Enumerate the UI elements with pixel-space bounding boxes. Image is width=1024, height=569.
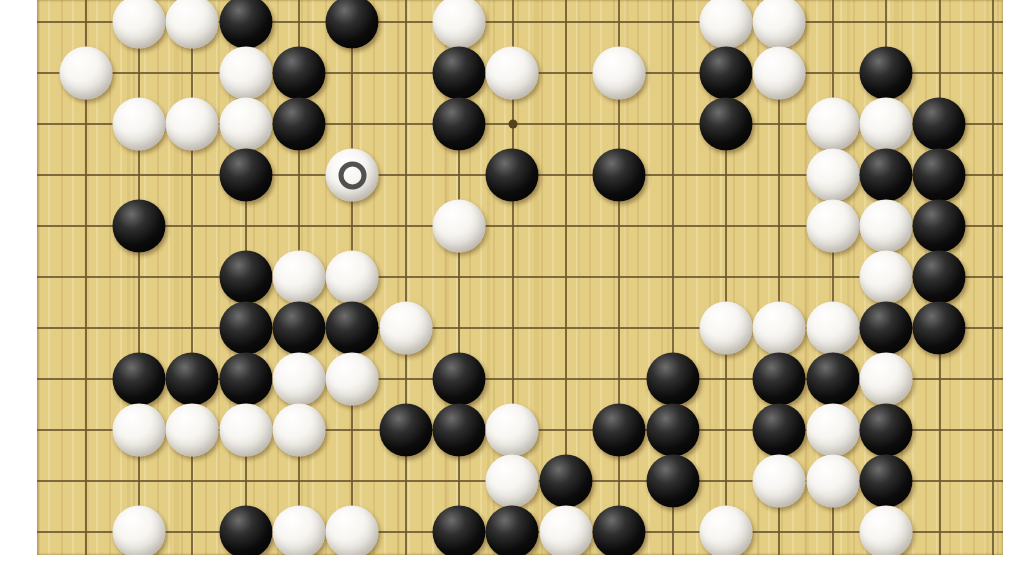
white-stone [112, 506, 165, 555]
board-intersection[interactable] [59, 99, 112, 150]
white-stone [433, 200, 486, 253]
white-stone [806, 98, 859, 151]
board-intersection[interactable] [753, 0, 806, 48]
black-stone [486, 506, 539, 555]
board-intersection[interactable] [539, 354, 592, 405]
board-intersection[interactable] [272, 150, 325, 201]
black-stone [433, 98, 486, 151]
black-stone [859, 302, 912, 355]
board-intersection[interactable] [112, 405, 165, 456]
black-stone [806, 353, 859, 406]
board-intersection[interactable] [379, 150, 432, 201]
board-intersection[interactable] [166, 0, 219, 48]
board-intersection[interactable] [326, 99, 379, 150]
board-intersection[interactable] [913, 201, 966, 252]
board-intersection[interactable] [753, 507, 806, 555]
board-intersection[interactable] [219, 48, 272, 99]
board-intersection[interactable] [112, 150, 165, 201]
white-stone [273, 251, 326, 304]
white-stone [219, 47, 272, 100]
board-intersection[interactable] [859, 354, 912, 405]
board-intersection[interactable] [166, 99, 219, 150]
board-intersection[interactable] [806, 201, 859, 252]
board-intersection[interactable] [966, 150, 1003, 201]
board-intersection[interactable] [272, 405, 325, 456]
black-stone [646, 455, 699, 508]
white-stone [699, 0, 752, 49]
board-intersection[interactable] [859, 507, 912, 555]
black-stone [273, 47, 326, 100]
board-intersection[interactable] [539, 303, 592, 354]
board-intersection[interactable] [112, 507, 165, 555]
board-intersection[interactable] [432, 99, 485, 150]
board-intersection[interactable] [913, 456, 966, 507]
board-intersection[interactable] [219, 252, 272, 303]
black-stone [273, 98, 326, 151]
board-intersection[interactable] [219, 456, 272, 507]
board-intersection[interactable] [539, 201, 592, 252]
black-stone [859, 149, 912, 202]
board-intersection[interactable] [59, 507, 112, 555]
board-intersection[interactable] [326, 303, 379, 354]
board-intersection[interactable] [219, 303, 272, 354]
black-stone [593, 506, 646, 555]
white-stone [166, 0, 219, 49]
board-intersection[interactable] [166, 48, 219, 99]
board-intersection[interactable] [592, 48, 645, 99]
board-intersection[interactable] [272, 252, 325, 303]
black-stone [379, 404, 432, 457]
board-intersection[interactable] [326, 0, 379, 48]
white-stone [806, 149, 859, 202]
white-stone [112, 404, 165, 457]
board-intersection[interactable] [379, 405, 432, 456]
white-stone [219, 98, 272, 151]
board-intersection[interactable] [913, 252, 966, 303]
white-stone [806, 302, 859, 355]
board-intersection[interactable] [592, 201, 645, 252]
board-intersection[interactable] [112, 201, 165, 252]
board-intersection[interactable] [592, 99, 645, 150]
board-intersection[interactable] [432, 303, 485, 354]
board-intersection[interactable] [806, 252, 859, 303]
black-stone [913, 200, 966, 253]
board-intersection[interactable] [272, 48, 325, 99]
white-stone [379, 302, 432, 355]
board-intersection[interactable] [699, 405, 752, 456]
white-stone [112, 98, 165, 151]
board-intersection[interactable] [539, 456, 592, 507]
white-stone [753, 455, 806, 508]
board-intersection[interactable] [539, 150, 592, 201]
board-intersection[interactable] [486, 201, 539, 252]
board-intersection[interactable] [432, 252, 485, 303]
board-intersection[interactable] [272, 354, 325, 405]
board-intersection[interactable] [379, 99, 432, 150]
black-stone [219, 251, 272, 304]
board-intersection[interactable] [219, 201, 272, 252]
board-intersection[interactable] [859, 405, 912, 456]
board-intersection[interactable] [432, 507, 485, 555]
board-intersection[interactable] [379, 0, 432, 48]
board-intersection[interactable] [646, 150, 699, 201]
black-stone [593, 149, 646, 202]
board-intersection[interactable] [539, 405, 592, 456]
board-intersection[interactable] [486, 405, 539, 456]
board-intersection[interactable] [646, 354, 699, 405]
board-intersection[interactable] [646, 303, 699, 354]
board-intersection[interactable] [379, 354, 432, 405]
board-intersection[interactable] [326, 354, 379, 405]
white-stone [273, 353, 326, 406]
board-intersection[interactable] [646, 99, 699, 150]
white-stone [539, 506, 592, 555]
board-intersection[interactable] [112, 0, 165, 48]
board-intersection[interactable] [699, 303, 752, 354]
black-stone [593, 404, 646, 457]
board-intersection[interactable] [379, 201, 432, 252]
board-intersection[interactable] [59, 303, 112, 354]
board-intersection[interactable] [59, 0, 112, 48]
board-intersection[interactable] [379, 303, 432, 354]
board-intersection[interactable] [966, 201, 1003, 252]
board-intersection[interactable] [646, 456, 699, 507]
board-intersection[interactable] [166, 405, 219, 456]
board-intersection[interactable] [219, 354, 272, 405]
black-stone [219, 149, 272, 202]
board-intersection[interactable] [539, 252, 592, 303]
board-intersection[interactable] [166, 150, 219, 201]
board-intersection[interactable] [753, 252, 806, 303]
board-intersection[interactable] [753, 48, 806, 99]
black-stone [913, 251, 966, 304]
black-stone [219, 506, 272, 555]
board-intersection[interactable] [112, 456, 165, 507]
board-intersection[interactable] [699, 48, 752, 99]
black-stone [433, 47, 486, 100]
board-intersection[interactable] [272, 99, 325, 150]
board-intersection[interactable] [913, 303, 966, 354]
black-stone [166, 353, 219, 406]
board-intersection[interactable] [859, 456, 912, 507]
board-intersection[interactable] [859, 150, 912, 201]
black-stone [753, 404, 806, 457]
board-intersection[interactable] [379, 507, 432, 555]
board-intersection[interactable] [859, 303, 912, 354]
board-intersection[interactable] [59, 252, 112, 303]
board-intersection[interactable] [112, 303, 165, 354]
board-intersection[interactable] [592, 507, 645, 555]
board-intersection[interactable] [699, 0, 752, 48]
board-intersection[interactable] [539, 48, 592, 99]
board-intersection[interactable] [966, 303, 1003, 354]
go-board-grid [59, 0, 1003, 555]
board-intersection[interactable] [486, 99, 539, 150]
board-intersection[interactable] [592, 303, 645, 354]
board-intersection[interactable] [432, 201, 485, 252]
board-intersection[interactable] [646, 252, 699, 303]
board-intersection[interactable] [59, 405, 112, 456]
board-intersection[interactable] [753, 303, 806, 354]
board-intersection[interactable] [592, 405, 645, 456]
white-stone [433, 0, 486, 49]
board-intersection[interactable] [592, 456, 645, 507]
board-intersection[interactable] [806, 354, 859, 405]
board-intersection[interactable] [913, 507, 966, 555]
black-stone [273, 302, 326, 355]
black-stone [699, 98, 752, 151]
board-intersection[interactable] [486, 354, 539, 405]
white-stone [273, 506, 326, 555]
board-intersection[interactable] [539, 0, 592, 48]
board-intersection[interactable] [166, 252, 219, 303]
board-intersection[interactable] [753, 405, 806, 456]
board-intersection[interactable] [966, 99, 1003, 150]
board-intersection[interactable] [699, 201, 752, 252]
board-intersection[interactable] [326, 150, 379, 201]
board-intersection[interactable] [592, 0, 645, 48]
board-intersection[interactable] [326, 405, 379, 456]
board-intersection[interactable] [646, 507, 699, 555]
board-intersection[interactable] [112, 252, 165, 303]
board-intersection[interactable] [592, 150, 645, 201]
board-intersection[interactable] [272, 201, 325, 252]
board-intersection[interactable] [699, 456, 752, 507]
white-stone [219, 404, 272, 457]
board-intersection[interactable] [966, 354, 1003, 405]
black-stone [913, 149, 966, 202]
board-intersection[interactable] [272, 507, 325, 555]
board-intersection[interactable] [753, 150, 806, 201]
board-intersection[interactable] [486, 303, 539, 354]
board-intersection[interactable] [219, 99, 272, 150]
board-intersection[interactable] [379, 252, 432, 303]
board-intersection[interactable] [272, 456, 325, 507]
board-intersection[interactable] [806, 0, 859, 48]
board-intersection[interactable] [272, 0, 325, 48]
black-stone [433, 506, 486, 555]
board-intersection[interactable] [166, 201, 219, 252]
board-intersection[interactable] [966, 252, 1003, 303]
white-stone [753, 47, 806, 100]
board-intersection[interactable] [753, 99, 806, 150]
board-intersection[interactable] [486, 456, 539, 507]
board-intersection[interactable] [166, 303, 219, 354]
board-intersection[interactable] [486, 0, 539, 48]
board-intersection[interactable] [166, 456, 219, 507]
board-intersection[interactable] [539, 507, 592, 555]
board-intersection[interactable] [112, 48, 165, 99]
board-intersection[interactable] [966, 48, 1003, 99]
board-intersection[interactable] [326, 456, 379, 507]
board-intersection[interactable] [699, 507, 752, 555]
board-intersection[interactable] [806, 150, 859, 201]
board-intersection[interactable] [219, 0, 272, 48]
white-stone [486, 455, 539, 508]
board-intersection[interactable] [699, 99, 752, 150]
board-intersection[interactable] [913, 48, 966, 99]
board-intersection[interactable] [272, 303, 325, 354]
white-stone [326, 251, 379, 304]
board-intersection[interactable] [486, 252, 539, 303]
board-intersection[interactable] [486, 507, 539, 555]
black-stone [913, 98, 966, 151]
board-intersection[interactable] [112, 354, 165, 405]
board-intersection[interactable] [806, 507, 859, 555]
board-intersection[interactable] [806, 48, 859, 99]
white-stone [593, 47, 646, 100]
white-stone [486, 404, 539, 457]
board-intersection[interactable] [432, 456, 485, 507]
board-intersection[interactable] [112, 99, 165, 150]
black-stone [433, 404, 486, 457]
board-intersection[interactable] [806, 99, 859, 150]
board-intersection[interactable] [913, 354, 966, 405]
board-intersection[interactable] [592, 252, 645, 303]
black-stone [859, 455, 912, 508]
board-intersection[interactable] [913, 405, 966, 456]
board-intersection[interactable] [859, 0, 912, 48]
board-intersection[interactable] [59, 150, 112, 201]
board-intersection[interactable] [59, 354, 112, 405]
board-intersection[interactable] [166, 507, 219, 555]
board-intersection[interactable] [539, 99, 592, 150]
board-intersection[interactable] [59, 201, 112, 252]
board-intersection[interactable] [432, 405, 485, 456]
black-stone [646, 404, 699, 457]
board-intersection[interactable] [859, 48, 912, 99]
board-intersection[interactable] [966, 0, 1003, 48]
go-board[interactable] [37, 0, 1003, 555]
board-intersection[interactable] [806, 405, 859, 456]
board-intersection[interactable] [379, 456, 432, 507]
board-intersection[interactable] [219, 507, 272, 555]
board-intersection[interactable] [379, 48, 432, 99]
board-intersection[interactable] [432, 354, 485, 405]
white-stone [59, 47, 112, 100]
board-intersection[interactable] [432, 0, 485, 48]
white-stone [806, 455, 859, 508]
board-intersection[interactable] [646, 48, 699, 99]
board-intersection[interactable] [326, 252, 379, 303]
white-stone [326, 353, 379, 406]
black-stone [913, 302, 966, 355]
white-stone [112, 0, 165, 49]
black-stone [219, 0, 272, 49]
black-stone [219, 302, 272, 355]
white-stone [326, 506, 379, 555]
board-intersection[interactable] [806, 303, 859, 354]
white-stone [699, 506, 752, 555]
board-intersection[interactable] [326, 507, 379, 555]
board-intersection[interactable] [753, 456, 806, 507]
black-stone [112, 200, 165, 253]
black-stone [326, 302, 379, 355]
black-stone [753, 353, 806, 406]
board-intersection[interactable] [646, 201, 699, 252]
black-stone [433, 353, 486, 406]
white-stone [753, 0, 806, 49]
white-stone [166, 98, 219, 151]
board-intersection[interactable] [59, 48, 112, 99]
board-intersection[interactable] [966, 456, 1003, 507]
board-intersection[interactable] [859, 99, 912, 150]
board-intersection[interactable] [166, 354, 219, 405]
white-stone [859, 506, 912, 555]
black-stone [326, 0, 379, 49]
board-intersection[interactable] [59, 456, 112, 507]
black-stone [539, 455, 592, 508]
board-intersection[interactable] [646, 405, 699, 456]
screenshot-root [0, 0, 1024, 569]
board-intersection[interactable] [699, 354, 752, 405]
black-stone [859, 47, 912, 100]
board-intersection[interactable] [699, 150, 752, 201]
board-intersection[interactable] [913, 150, 966, 201]
white-stone [859, 98, 912, 151]
black-stone [859, 404, 912, 457]
board-intersection[interactable] [753, 201, 806, 252]
board-intersection[interactable] [859, 252, 912, 303]
board-intersection[interactable] [219, 405, 272, 456]
white-stone [806, 200, 859, 253]
board-intersection[interactable] [699, 252, 752, 303]
board-intersection[interactable] [486, 150, 539, 201]
white-stone [486, 47, 539, 100]
board-intersection[interactable] [432, 48, 485, 99]
last-move-marker [338, 161, 366, 189]
white-stone [859, 200, 912, 253]
board-intersection[interactable] [326, 48, 379, 99]
black-stone [219, 353, 272, 406]
black-stone [486, 149, 539, 202]
white-stone [753, 302, 806, 355]
board-intersection[interactable] [913, 99, 966, 150]
board-intersection[interactable] [592, 354, 645, 405]
board-intersection[interactable] [432, 150, 485, 201]
board-intersection[interactable] [966, 405, 1003, 456]
board-intersection[interactable] [326, 201, 379, 252]
board-intersection[interactable] [219, 150, 272, 201]
white-stone [859, 251, 912, 304]
board-intersection[interactable] [913, 0, 966, 48]
black-stone [646, 353, 699, 406]
board-intersection[interactable] [753, 354, 806, 405]
white-stone [859, 353, 912, 406]
white-stone [166, 404, 219, 457]
white-stone [273, 404, 326, 457]
board-intersection[interactable] [859, 201, 912, 252]
board-intersection[interactable] [646, 0, 699, 48]
black-stone [699, 47, 752, 100]
board-intersection[interactable] [486, 48, 539, 99]
board-intersection[interactable] [966, 507, 1003, 555]
white-stone [326, 149, 379, 202]
board-intersection[interactable] [806, 456, 859, 507]
black-stone [112, 353, 165, 406]
white-stone [806, 404, 859, 457]
white-stone [699, 302, 752, 355]
